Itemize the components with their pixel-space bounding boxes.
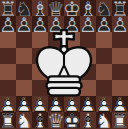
square-g7[interactable]: ♟♙: [96, 16, 112, 32]
square-a5[interactable]: [0, 48, 16, 64]
piece-black-pawn[interactable]: ♟♙: [0, 16, 16, 32]
square-f1[interactable]: ♝♗: [80, 112, 96, 128]
piece-outline: ♙: [0, 17, 16, 33]
square-e1[interactable]: ♚♔: [64, 112, 80, 128]
square-h5[interactable]: [112, 48, 128, 64]
square-b1[interactable]: ♞♘: [16, 112, 32, 128]
square-h1[interactable]: ♜♖: [112, 112, 128, 128]
piece-white-rook[interactable]: ♜♖: [0, 112, 16, 128]
square-b7[interactable]: ♟♙: [16, 16, 32, 32]
piece-outline: ♗: [80, 113, 96, 129]
square-a7[interactable]: ♟♙: [0, 16, 16, 32]
piece-black-pawn[interactable]: ♟♙: [96, 16, 112, 32]
piece-outline: ♘: [96, 113, 112, 129]
white-king-logo: [34, 29, 94, 97]
piece-outline: ♔: [64, 113, 80, 129]
piece-outline: ♙: [112, 17, 128, 33]
piece-white-bishop[interactable]: ♝♗: [80, 112, 96, 128]
piece-white-queen[interactable]: ♛♕: [48, 112, 64, 128]
piece-white-bishop[interactable]: ♝♗: [32, 112, 48, 128]
king-cross: [54, 30, 74, 46]
piece-outline: ♗: [32, 113, 48, 129]
king-base-ring-3: [48, 88, 80, 95]
square-d1[interactable]: ♛♕: [48, 112, 64, 128]
piece-white-rook[interactable]: ♜♖: [112, 112, 128, 128]
piece-outline: ♕: [48, 113, 64, 129]
piece-black-pawn[interactable]: ♟♙: [16, 16, 32, 32]
square-g5[interactable]: [96, 48, 112, 64]
square-h4[interactable]: [112, 64, 128, 80]
white-king-icon: [37, 30, 91, 95]
piece-black-pawn[interactable]: ♟♙: [112, 16, 128, 32]
square-a4[interactable]: [0, 64, 16, 80]
piece-outline: ♙: [96, 17, 112, 33]
piece-white-knight[interactable]: ♞♘: [96, 112, 112, 128]
square-a1[interactable]: ♜♖: [0, 112, 16, 128]
square-c1[interactable]: ♝♗: [32, 112, 48, 128]
square-b5[interactable]: [16, 48, 32, 64]
piece-white-king[interactable]: ♚♔: [64, 112, 80, 128]
piece-outline: ♖: [112, 113, 128, 129]
piece-outline: ♙: [16, 17, 32, 33]
square-b4[interactable]: [16, 64, 32, 80]
square-g4[interactable]: [96, 64, 112, 80]
piece-outline: ♖: [0, 113, 16, 129]
piece-outline: ♘: [16, 113, 32, 129]
square-h7[interactable]: ♟♙: [112, 16, 128, 32]
square-g1[interactable]: ♞♘: [96, 112, 112, 128]
piece-white-knight[interactable]: ♞♘: [16, 112, 32, 128]
